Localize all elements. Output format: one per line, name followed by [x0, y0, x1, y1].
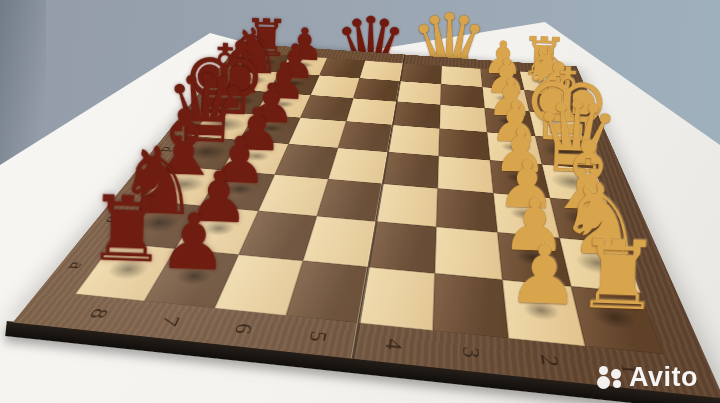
- avito-watermark-text: Avito: [629, 362, 698, 393]
- avito-watermark: Avito: [596, 362, 698, 393]
- red-pawn-glyph: ♟: [123, 201, 264, 283]
- light-rook-glyph: ♜: [543, 225, 692, 325]
- product-photo-scene: ♛ ♛ 87654321abcdefgh♜♟♟♜♞♟♟♞♝♟♟♝♚♟♟♚♛♟♟♛…: [0, 0, 720, 403]
- avito-logo-icon: [596, 364, 623, 392]
